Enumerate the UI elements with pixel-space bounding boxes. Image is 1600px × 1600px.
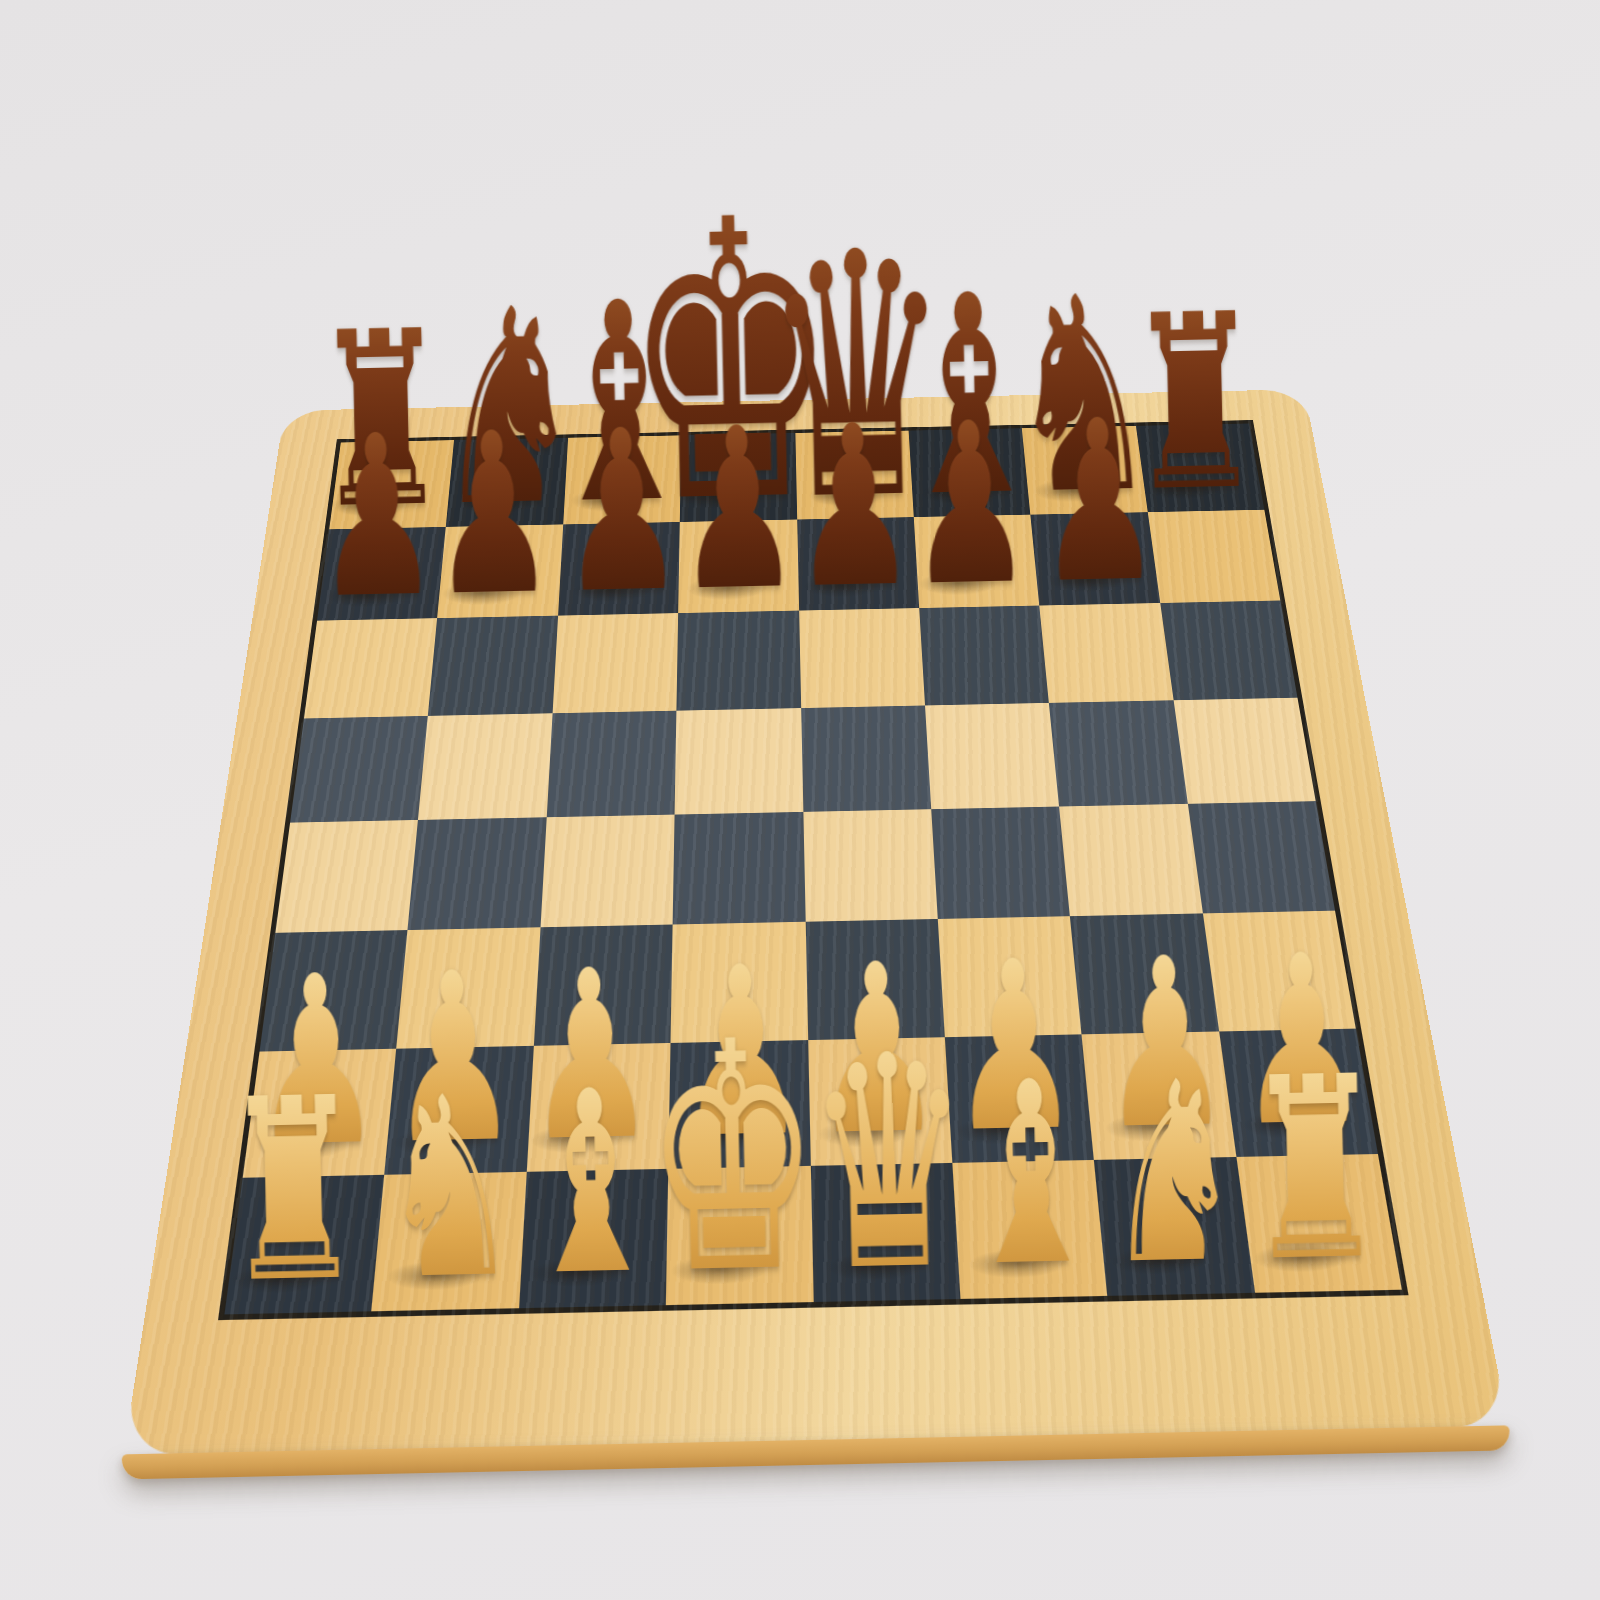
square-g4[interactable] bbox=[1059, 803, 1202, 916]
black-pawn-glyph: ♟ bbox=[1035, 391, 1163, 615]
white-king-glyph: ♚ bbox=[642, 1000, 824, 1319]
square-a5[interactable] bbox=[290, 715, 428, 821]
square-d4[interactable] bbox=[672, 811, 804, 924]
white-bishop-glyph: ♝ bbox=[519, 1057, 664, 1311]
square-h4[interactable] bbox=[1187, 800, 1335, 913]
square-d5[interactable] bbox=[674, 707, 802, 813]
piece-white-bishop-c1[interactable]: ♝ bbox=[588, 1059, 593, 1310]
square-b4[interactable] bbox=[407, 816, 546, 929]
black-pawn-glyph: ♟ bbox=[790, 396, 918, 620]
square-e4[interactable] bbox=[802, 808, 937, 921]
piece-white-rook-a1[interactable]: ♜ bbox=[290, 1066, 295, 1317]
black-pawn-glyph: ♟ bbox=[559, 401, 687, 625]
square-h6[interactable] bbox=[1159, 600, 1297, 700]
black-pawn-glyph: ♟ bbox=[313, 406, 441, 630]
black-pawn-glyph: ♟ bbox=[429, 403, 557, 627]
piece-black-pawn-g7[interactable]: ♟ bbox=[1097, 392, 1102, 614]
square-a4[interactable] bbox=[275, 819, 418, 932]
square-e5[interactable] bbox=[800, 705, 930, 811]
piece-black-pawn-a7[interactable]: ♟ bbox=[375, 407, 380, 629]
square-f4[interactable] bbox=[931, 806, 1070, 919]
white-bishop-glyph: ♝ bbox=[959, 1048, 1104, 1302]
square-f5[interactable] bbox=[924, 702, 1058, 808]
square-h5[interactable] bbox=[1173, 697, 1315, 803]
piece-black-pawn-d7[interactable]: ♟ bbox=[736, 399, 741, 621]
piece-black-pawn-c7[interactable]: ♟ bbox=[620, 402, 625, 624]
piece-white-rook-h1[interactable]: ♜ bbox=[1313, 1044, 1318, 1295]
square-g5[interactable] bbox=[1049, 700, 1187, 806]
piece-black-pawn-f7[interactable]: ♟ bbox=[967, 395, 972, 617]
square-c4[interactable] bbox=[540, 814, 674, 927]
white-knight-glyph: ♞ bbox=[1102, 1048, 1245, 1299]
piece-white-knight-b1[interactable]: ♞ bbox=[446, 1064, 451, 1313]
piece-black-pawn-b7[interactable]: ♟ bbox=[491, 405, 496, 627]
white-rook-glyph: ♜ bbox=[1243, 1043, 1388, 1297]
white-knight-glyph: ♞ bbox=[377, 1063, 520, 1314]
scene-background: ♜♞♝♚♛♝♞♜♟♟♟♟♟♟♟♟♟♟♟♟♟♟♟♜♞♝♚♛♝♞♜ bbox=[0, 0, 1600, 1600]
square-b5[interactable] bbox=[418, 713, 552, 819]
piece-white-king-d1[interactable]: ♚ bbox=[729, 1002, 736, 1317]
white-rook-glyph: ♜ bbox=[221, 1064, 366, 1318]
piece-black-pawn-e7[interactable]: ♟ bbox=[852, 397, 857, 619]
piece-white-knight-g1[interactable]: ♞ bbox=[1171, 1049, 1176, 1298]
piece-white-queen-e1[interactable]: ♛ bbox=[886, 1017, 892, 1310]
black-pawn-glyph: ♟ bbox=[674, 398, 802, 622]
black-pawn-glyph: ♟ bbox=[906, 393, 1034, 617]
white-queen-glyph: ♛ bbox=[804, 1015, 973, 1312]
piece-black-rook-h8[interactable]: ♜ bbox=[1192, 283, 1197, 524]
piece-white-bishop-f1[interactable]: ♝ bbox=[1029, 1050, 1034, 1301]
square-c5[interactable] bbox=[546, 710, 676, 816]
